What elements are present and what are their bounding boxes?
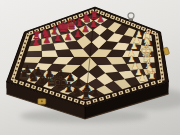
piece-black-P-f8-r2[interactable]: ♟ (90, 86, 100, 99)
piece-red-P-f4-r2[interactable]: ♟ (73, 29, 81, 39)
border-ornament-motif (157, 42, 159, 44)
piece-red-P-f6-r2[interactable]: ♟ (53, 33, 61, 43)
piece-red-P-f3-r2[interactable]: ♟ (81, 24, 89, 34)
border-ornament-motif (156, 38, 158, 40)
border-ornament-motif (161, 73, 163, 75)
piece-red-P-f8-r2[interactable]: ♟ (32, 37, 40, 47)
lid-ring (128, 13, 134, 19)
piece-red-P-f5-r2[interactable]: ♟ (64, 32, 72, 42)
border-ornament-motif (156, 35, 158, 37)
border-ornament-motif (159, 58, 161, 60)
border-ornament-motif (160, 66, 162, 68)
border-ornament-motif (160, 62, 162, 64)
product-photo-three-player-chess: ♜♞♟♝♟♛♟♚♝♟♞♟♜♜♟♟♟♟♟♞♟♝♟♚♛♟♝♟♟♞♟♟♟♟♜♜♞♟♟♝… (0, 0, 180, 135)
piece-black-R-f8-r1[interactable]: ♜ (81, 88, 92, 102)
border-ornament (155, 33, 159, 38)
three-player-chess-board: ♜♞♟♝♟♛♟♚♝♟♞♟♜♜♟♟♟♟♟♞♟♝♟♚♛♟♝♟♟♞♟♟♟♟♜♜♞♟♟♝… (0, 0, 180, 135)
border-ornament-motif (158, 54, 160, 56)
front-clasp-knob (41, 100, 43, 102)
border-ornament-motif (162, 77, 164, 79)
piece-red-P-f2-r2[interactable]: ♟ (89, 19, 97, 29)
piece-red-P-f1-r2[interactable]: ♟ (97, 14, 105, 24)
piece-red-P-f7-r2[interactable]: ♟ (43, 35, 51, 45)
border-ornament-motif (161, 70, 163, 72)
border-ornament-motif (158, 50, 160, 52)
border-ornament-motif (157, 46, 159, 48)
piece-white-R-f1-r1[interactable]: ♜ (147, 70, 156, 81)
piece-white-P-f1-r2[interactable]: ♟ (138, 73, 146, 83)
